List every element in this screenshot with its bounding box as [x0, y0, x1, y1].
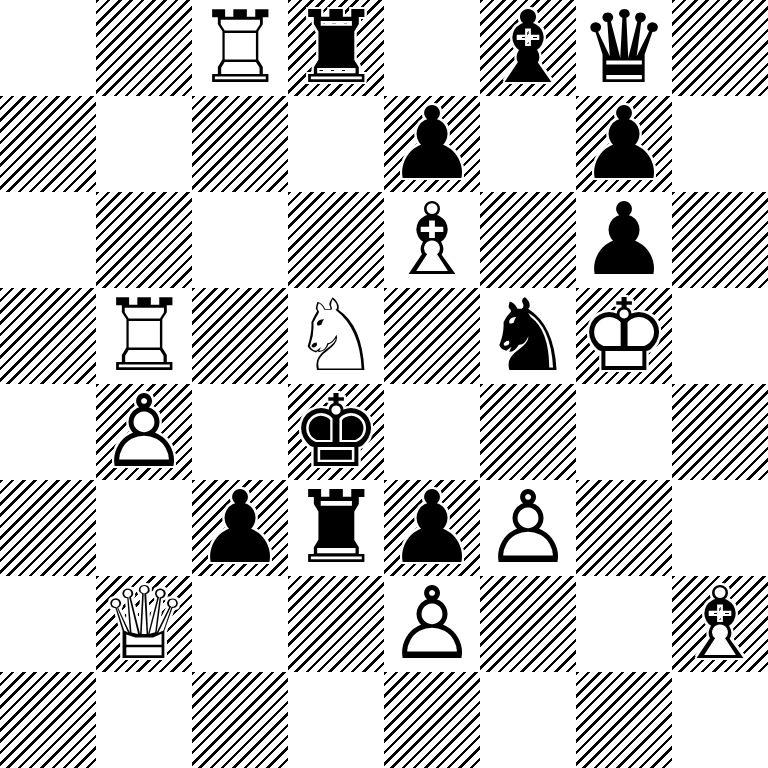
piece-white-rook[interactable]: ♜♖	[192, 0, 288, 96]
piece-glyph: ♚	[288, 384, 384, 480]
piece-black-king[interactable]: ♚♚	[288, 384, 384, 480]
square-f7[interactable]	[480, 96, 576, 192]
square-c1[interactable]	[192, 672, 288, 768]
square-d2[interactable]	[288, 576, 384, 672]
square-c5[interactable]	[192, 288, 288, 384]
piece-glyph: ♟	[384, 480, 480, 576]
chess-board: ♜♖♜♜♝♝♛♛♟♟♟♟♝♗♟♟♜♖♞♘♞♞♚♔♟♙♚♚♟♟♜♜♟♟♟♙♛♕♟♙…	[0, 0, 768, 768]
piece-black-bishop[interactable]: ♝♝	[480, 0, 576, 96]
square-f6[interactable]	[480, 192, 576, 288]
piece-black-pawn[interactable]: ♟♟	[384, 96, 480, 192]
square-h5[interactable]	[672, 288, 768, 384]
square-d4[interactable]: ♚♚	[288, 384, 384, 480]
square-b1[interactable]	[96, 672, 192, 768]
square-g8[interactable]: ♛♛	[576, 0, 672, 96]
square-b7[interactable]	[96, 96, 192, 192]
square-h1[interactable]	[672, 672, 768, 768]
piece-glyph: ♟	[192, 480, 288, 576]
piece-black-rook[interactable]: ♜♜	[288, 480, 384, 576]
square-c2[interactable]	[192, 576, 288, 672]
square-e8[interactable]	[384, 0, 480, 96]
square-c6[interactable]	[192, 192, 288, 288]
piece-black-knight[interactable]: ♞♞	[480, 288, 576, 384]
piece-black-pawn[interactable]: ♟♟	[192, 480, 288, 576]
piece-white-pawn[interactable]: ♟♙	[480, 480, 576, 576]
square-a1[interactable]	[0, 672, 96, 768]
piece-black-rook[interactable]: ♜♜	[288, 0, 384, 96]
square-a8[interactable]	[0, 0, 96, 96]
square-e2[interactable]: ♟♙	[384, 576, 480, 672]
square-d5[interactable]: ♞♘	[288, 288, 384, 384]
piece-glyph: ♙	[480, 480, 576, 576]
square-g7[interactable]: ♟♟	[576, 96, 672, 192]
piece-glyph: ♗	[384, 192, 480, 288]
square-a2[interactable]	[0, 576, 96, 672]
square-f1[interactable]	[480, 672, 576, 768]
square-a3[interactable]	[0, 480, 96, 576]
square-b6[interactable]	[96, 192, 192, 288]
square-b8[interactable]	[96, 0, 192, 96]
square-a5[interactable]	[0, 288, 96, 384]
square-g3[interactable]	[576, 480, 672, 576]
square-c3[interactable]: ♟♟	[192, 480, 288, 576]
square-b3[interactable]	[96, 480, 192, 576]
piece-white-pawn[interactable]: ♟♙	[96, 384, 192, 480]
piece-white-king[interactable]: ♚♔	[576, 288, 672, 384]
piece-glyph: ♙	[96, 384, 192, 480]
piece-glyph: ♟	[576, 96, 672, 192]
square-h3[interactable]	[672, 480, 768, 576]
square-g4[interactable]	[576, 384, 672, 480]
square-g2[interactable]	[576, 576, 672, 672]
square-a4[interactable]	[0, 384, 96, 480]
piece-white-pawn[interactable]: ♟♙	[384, 576, 480, 672]
square-e7[interactable]: ♟♟	[384, 96, 480, 192]
piece-white-bishop[interactable]: ♝♗	[672, 576, 768, 672]
square-h6[interactable]	[672, 192, 768, 288]
square-a6[interactable]	[0, 192, 96, 288]
piece-glyph: ♜	[288, 480, 384, 576]
square-f5[interactable]: ♞♞	[480, 288, 576, 384]
piece-white-knight[interactable]: ♞♘	[288, 288, 384, 384]
piece-glyph: ♔	[576, 288, 672, 384]
piece-glyph: ♘	[288, 288, 384, 384]
piece-glyph: ♖	[192, 0, 288, 96]
square-b5[interactable]: ♜♖	[96, 288, 192, 384]
piece-glyph: ♜	[288, 0, 384, 96]
piece-white-rook[interactable]: ♜♖	[96, 288, 192, 384]
piece-glyph: ♞	[480, 288, 576, 384]
piece-glyph: ♖	[96, 288, 192, 384]
piece-white-bishop[interactable]: ♝♗	[384, 192, 480, 288]
chess-diagram: ♜♖♜♜♝♝♛♛♟♟♟♟♝♗♟♟♜♖♞♘♞♞♚♔♟♙♚♚♟♟♜♜♟♟♟♙♛♕♟♙…	[0, 0, 768, 768]
piece-glyph: ♙	[384, 576, 480, 672]
square-d8[interactable]: ♜♜	[288, 0, 384, 96]
square-c8[interactable]: ♜♖	[192, 0, 288, 96]
piece-white-queen[interactable]: ♛♕	[96, 576, 192, 672]
piece-black-pawn[interactable]: ♟♟	[576, 192, 672, 288]
square-e4[interactable]	[384, 384, 480, 480]
square-d3[interactable]: ♜♜	[288, 480, 384, 576]
square-c7[interactable]	[192, 96, 288, 192]
square-f3[interactable]: ♟♙	[480, 480, 576, 576]
piece-glyph: ♟	[576, 192, 672, 288]
piece-black-queen[interactable]: ♛♛	[576, 0, 672, 96]
square-e1[interactable]	[384, 672, 480, 768]
square-f8[interactable]: ♝♝	[480, 0, 576, 96]
square-g5[interactable]: ♚♔	[576, 288, 672, 384]
piece-glyph: ♗	[672, 576, 768, 672]
square-h2[interactable]: ♝♗	[672, 576, 768, 672]
piece-glyph: ♛	[576, 0, 672, 96]
piece-black-pawn[interactable]: ♟♟	[576, 96, 672, 192]
piece-glyph: ♝	[480, 0, 576, 96]
square-d7[interactable]	[288, 96, 384, 192]
square-f4[interactable]	[480, 384, 576, 480]
square-g6[interactable]: ♟♟	[576, 192, 672, 288]
piece-glyph: ♟	[384, 96, 480, 192]
square-d1[interactable]	[288, 672, 384, 768]
square-h7[interactable]	[672, 96, 768, 192]
square-g1[interactable]	[576, 672, 672, 768]
square-b4[interactable]: ♟♙	[96, 384, 192, 480]
square-h4[interactable]	[672, 384, 768, 480]
square-h8[interactable]	[672, 0, 768, 96]
square-b2[interactable]: ♛♕	[96, 576, 192, 672]
square-f2[interactable]	[480, 576, 576, 672]
square-d6[interactable]	[288, 192, 384, 288]
square-e6[interactable]: ♝♗	[384, 192, 480, 288]
piece-glyph: ♕	[96, 576, 192, 672]
square-e5[interactable]	[384, 288, 480, 384]
square-c4[interactable]	[192, 384, 288, 480]
piece-black-pawn[interactable]: ♟♟	[384, 480, 480, 576]
square-e3[interactable]: ♟♟	[384, 480, 480, 576]
square-a7[interactable]	[0, 96, 96, 192]
